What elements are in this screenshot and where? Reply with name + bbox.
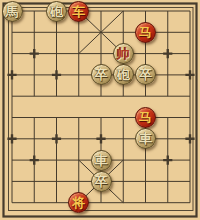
piece-character: 卒 [95, 64, 108, 85]
piece-red-soldier[interactable]: 卒 [91, 64, 112, 85]
piece-red-chariot[interactable]: 車 [91, 150, 112, 171]
piece-character: 帅 [117, 43, 130, 64]
star-point [52, 134, 61, 143]
piece-character: 車 [95, 150, 108, 171]
piece-red-cannon[interactable]: 砲 [113, 64, 134, 85]
piece-black-chariot[interactable]: 车 [68, 1, 89, 22]
piece-character: 马 [139, 107, 152, 128]
piece-character: 将 [72, 192, 85, 213]
piece-character: 車 [139, 128, 152, 149]
piece-red-general[interactable]: 帅 [113, 43, 134, 64]
piece-character: 砲 [50, 1, 63, 22]
star-point [96, 134, 105, 143]
piece-character: 卒 [139, 64, 152, 85]
piece-red-soldier[interactable]: 卒 [91, 171, 112, 192]
star-point [30, 49, 39, 58]
star-point [30, 156, 39, 165]
xiangqi-app-screen: 馬砲车马帅卒砲卒马車車卒将 [0, 0, 200, 220]
star-point [52, 70, 61, 79]
piece-character: 卒 [95, 171, 108, 192]
star-point [163, 156, 172, 165]
piece-character: 车 [72, 1, 85, 22]
star-point [163, 49, 172, 58]
piece-red-cannon[interactable]: 砲 [46, 1, 67, 22]
piece-character: 马 [139, 22, 152, 43]
piece-red-horse[interactable]: 馬 [2, 1, 23, 22]
piece-black-horse[interactable]: 马 [135, 107, 156, 128]
piece-character: 馬 [6, 1, 19, 22]
piece-character: 砲 [117, 64, 130, 85]
piece-black-horse[interactable]: 马 [135, 22, 156, 43]
